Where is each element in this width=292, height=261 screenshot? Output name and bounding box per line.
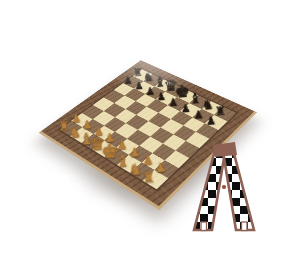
black-rook: ♜ [203,104,238,119]
square-h8: ♜ [214,107,236,121]
square-h7: ♟ [205,115,227,130]
square-g1: ♞ [130,162,155,180]
logo-right-foot-notch [242,222,248,231]
logo-left-foot-notch [201,222,207,231]
square-e5 [148,113,170,128]
checkered-letter-a-logo [192,142,256,234]
logo-center-dot [222,185,226,189]
logo-apex-cap [213,142,237,157]
product-photo: ♜♞♝♛♚♝♞♜♟♟♟♟♟♟♟♟♟♟♟♟♟♟♟♟♜♞♝♛♚♝♞♜ [0,0,292,261]
